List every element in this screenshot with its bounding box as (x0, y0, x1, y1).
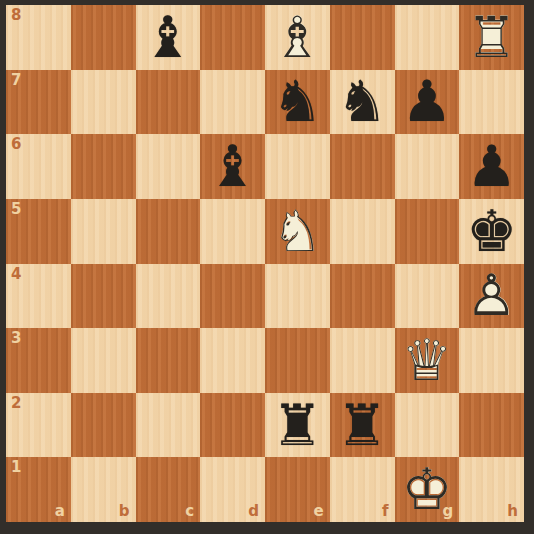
piece-black-pawn-h6[interactable]: ♟ (459, 134, 524, 199)
black-pawn-glyph: ♟ (395, 70, 460, 135)
square-c3[interactable] (136, 328, 201, 393)
white-king-glyph-outline: ♔ (395, 457, 460, 522)
rank-label-8: 8 (11, 8, 21, 23)
rank-label-5: 5 (11, 202, 21, 217)
square-b6[interactable] (71, 134, 136, 199)
white-knight-glyph-outline: ♘ (265, 199, 330, 264)
piece-black-knight-e7[interactable]: ♞ (265, 70, 330, 135)
square-e3[interactable] (265, 328, 330, 393)
square-c7[interactable] (136, 70, 201, 135)
square-b1[interactable]: b (71, 457, 136, 522)
white-bishop-glyph-outline: ♗ (265, 5, 330, 70)
piece-black-rook-e2[interactable]: ♜ (265, 393, 330, 458)
rank-label-4: 4 (11, 267, 21, 282)
square-g2[interactable] (395, 393, 460, 458)
rank-label-1: 1 (11, 460, 21, 475)
square-d2[interactable] (200, 393, 265, 458)
file-label-a: a (55, 504, 65, 519)
square-c6[interactable] (136, 134, 201, 199)
square-e7[interactable]: ♞ (265, 70, 330, 135)
square-a2[interactable]: 2 (6, 393, 71, 458)
file-label-b: b (119, 504, 130, 519)
square-a3[interactable]: 3 (6, 328, 71, 393)
rank-label-2: 2 (11, 396, 21, 411)
piece-white-king-g1[interactable]: ♚♔ (395, 457, 460, 522)
square-a1[interactable]: 1a (6, 457, 71, 522)
piece-black-rook-f2[interactable]: ♜ (330, 393, 395, 458)
square-g6[interactable] (395, 134, 460, 199)
square-h4[interactable]: ♟♙ (459, 264, 524, 329)
square-h2[interactable] (459, 393, 524, 458)
square-g5[interactable] (395, 199, 460, 264)
square-g4[interactable] (395, 264, 460, 329)
square-f7[interactable]: ♞ (330, 70, 395, 135)
black-knight-glyph: ♞ (330, 70, 395, 135)
black-rook-glyph: ♜ (265, 393, 330, 458)
square-e8[interactable]: ♝♗ (265, 5, 330, 70)
black-bishop-glyph: ♝ (136, 5, 201, 70)
square-b8[interactable] (71, 5, 136, 70)
black-king-glyph: ♚ (459, 199, 524, 264)
square-b2[interactable] (71, 393, 136, 458)
square-b5[interactable] (71, 199, 136, 264)
square-d4[interactable] (200, 264, 265, 329)
piece-white-rook-h8[interactable]: ♜♖ (459, 5, 524, 70)
square-h6[interactable]: ♟ (459, 134, 524, 199)
piece-white-bishop-e8[interactable]: ♝♗ (265, 5, 330, 70)
square-e1[interactable]: e (265, 457, 330, 522)
white-rook-glyph-outline: ♖ (459, 5, 524, 70)
square-h8[interactable]: ♜♖ (459, 5, 524, 70)
square-g1[interactable]: g♚♔ (395, 457, 460, 522)
piece-black-knight-f7[interactable]: ♞ (330, 70, 395, 135)
square-f2[interactable]: ♜ (330, 393, 395, 458)
square-a7[interactable]: 7 (6, 70, 71, 135)
square-f5[interactable] (330, 199, 395, 264)
square-f8[interactable] (330, 5, 395, 70)
chess-app-frame: 8♝♝♗♜♖7♞♞♟6♝♟5♞♘♚4♟♙3♛♕2♜♜1abcdefg♚♔h (0, 0, 534, 534)
black-bishop-glyph: ♝ (200, 134, 265, 199)
square-d5[interactable] (200, 199, 265, 264)
piece-black-bishop-d6[interactable]: ♝ (200, 134, 265, 199)
square-h7[interactable] (459, 70, 524, 135)
file-label-d: d (248, 504, 259, 519)
square-f4[interactable] (330, 264, 395, 329)
square-c4[interactable] (136, 264, 201, 329)
square-e2[interactable]: ♜ (265, 393, 330, 458)
piece-white-knight-e5[interactable]: ♞♘ (265, 199, 330, 264)
square-b4[interactable] (71, 264, 136, 329)
square-c2[interactable] (136, 393, 201, 458)
square-d7[interactable] (200, 70, 265, 135)
piece-black-bishop-c8[interactable]: ♝ (136, 5, 201, 70)
file-label-h: h (507, 504, 518, 519)
square-d6[interactable]: ♝ (200, 134, 265, 199)
square-a8[interactable]: 8 (6, 5, 71, 70)
black-knight-glyph: ♞ (265, 70, 330, 135)
square-b3[interactable] (71, 328, 136, 393)
square-g8[interactable] (395, 5, 460, 70)
square-d3[interactable] (200, 328, 265, 393)
square-a6[interactable]: 6 (6, 134, 71, 199)
square-e6[interactable] (265, 134, 330, 199)
square-h5[interactable]: ♚ (459, 199, 524, 264)
white-queen-glyph-outline: ♕ (395, 328, 460, 393)
square-c8[interactable]: ♝ (136, 5, 201, 70)
square-a5[interactable]: 5 (6, 199, 71, 264)
square-d8[interactable] (200, 5, 265, 70)
rank-label-7: 7 (11, 73, 21, 88)
black-rook-glyph: ♜ (330, 393, 395, 458)
square-g7[interactable]: ♟ (395, 70, 460, 135)
piece-white-pawn-h4[interactable]: ♟♙ (459, 264, 524, 329)
square-d1[interactable]: d (200, 457, 265, 522)
square-c5[interactable] (136, 199, 201, 264)
square-e4[interactable] (265, 264, 330, 329)
square-h3[interactable] (459, 328, 524, 393)
piece-white-queen-g3[interactable]: ♛♕ (395, 328, 460, 393)
piece-black-pawn-g7[interactable]: ♟ (395, 70, 460, 135)
piece-black-king-h5[interactable]: ♚ (459, 199, 524, 264)
square-g3[interactable]: ♛♕ (395, 328, 460, 393)
square-f6[interactable] (330, 134, 395, 199)
square-f3[interactable] (330, 328, 395, 393)
square-f1[interactable]: f (330, 457, 395, 522)
square-h1[interactable]: h (459, 457, 524, 522)
file-label-e: e (314, 504, 324, 519)
file-label-c: c (185, 504, 194, 519)
chess-board: 8♝♝♗♜♖7♞♞♟6♝♟5♞♘♚4♟♙3♛♕2♜♜1abcdefg♚♔h (6, 5, 524, 522)
square-c1[interactable]: c (136, 457, 201, 522)
rank-label-3: 3 (11, 331, 21, 346)
square-e5[interactable]: ♞♘ (265, 199, 330, 264)
square-b7[interactable] (71, 70, 136, 135)
white-pawn-glyph-outline: ♙ (459, 264, 524, 329)
square-a4[interactable]: 4 (6, 264, 71, 329)
black-pawn-glyph: ♟ (459, 134, 524, 199)
rank-label-6: 6 (11, 137, 21, 152)
file-label-f: f (382, 504, 389, 519)
